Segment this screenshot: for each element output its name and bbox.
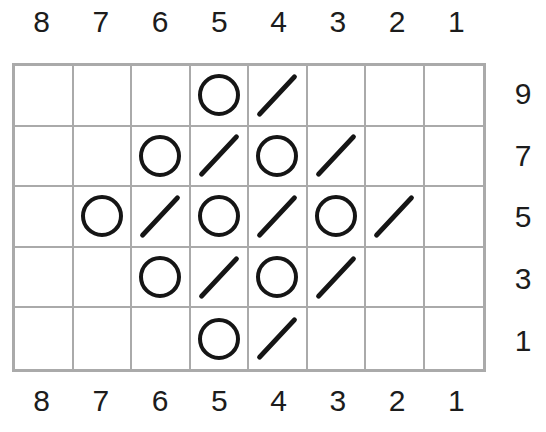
yarn-over-icon xyxy=(198,195,240,237)
column-label-bottom-8: 8 xyxy=(12,378,71,424)
decrease-slash-icon xyxy=(198,255,240,299)
cell-row7-col4 xyxy=(249,127,308,188)
cell-row1-col4 xyxy=(249,308,308,369)
row-label-3: 3 xyxy=(500,248,546,310)
cell-row1-col6 xyxy=(132,308,191,369)
column-label-bottom-3: 3 xyxy=(308,378,367,424)
cell-row9-col5 xyxy=(191,66,250,127)
cell-row3-col3 xyxy=(308,248,367,309)
column-label-top-2: 2 xyxy=(368,0,427,44)
cell-row3-col4 xyxy=(249,248,308,309)
decrease-slash-icon xyxy=(198,134,240,178)
decrease-slash-icon xyxy=(256,194,298,238)
cell-row1-col3 xyxy=(308,308,367,369)
column-label-top-5: 5 xyxy=(190,0,249,44)
cell-row9-col2 xyxy=(366,66,425,127)
cell-row7-col7 xyxy=(74,127,133,188)
yarn-over-icon xyxy=(256,256,298,298)
column-label-top-3: 3 xyxy=(308,0,367,44)
decrease-slash-icon xyxy=(139,194,181,238)
yarn-over-icon xyxy=(139,256,181,298)
column-label-bottom-7: 7 xyxy=(71,378,130,424)
yarn-over-icon xyxy=(256,135,298,177)
row-label-1: 1 xyxy=(500,310,546,372)
cell-row9-col8 xyxy=(15,66,74,127)
cell-row3-col7 xyxy=(74,248,133,309)
yarn-over-icon xyxy=(315,195,357,237)
cell-row5-col6 xyxy=(132,187,191,248)
decrease-slash-icon xyxy=(315,255,357,299)
row-labels-right: 97531 xyxy=(500,63,546,372)
yarn-over-icon xyxy=(81,195,123,237)
cell-row7-col1 xyxy=(425,127,484,188)
row-label-9: 9 xyxy=(500,63,546,125)
knitting-chart-page: 87654321 97531 87654321 xyxy=(0,0,546,432)
column-label-top-4: 4 xyxy=(249,0,308,44)
cell-row9-col3 xyxy=(308,66,367,127)
cell-row5-col5 xyxy=(191,187,250,248)
cell-row3-col2 xyxy=(366,248,425,309)
row-label-5: 5 xyxy=(500,187,546,249)
cell-row5-col8 xyxy=(15,187,74,248)
yarn-over-icon xyxy=(198,318,240,360)
column-label-bottom-4: 4 xyxy=(249,378,308,424)
cell-row5-col3 xyxy=(308,187,367,248)
yarn-over-icon xyxy=(198,74,240,116)
decrease-slash-icon xyxy=(256,73,298,117)
column-label-bottom-2: 2 xyxy=(368,378,427,424)
cell-row3-col8 xyxy=(15,248,74,309)
decrease-slash-icon xyxy=(256,317,298,361)
decrease-slash-icon xyxy=(315,134,357,178)
decrease-slash-icon xyxy=(373,194,415,238)
cell-row1-col1 xyxy=(425,308,484,369)
column-label-top-6: 6 xyxy=(131,0,190,44)
column-label-bottom-5: 5 xyxy=(190,378,249,424)
cell-row7-col6 xyxy=(132,127,191,188)
cell-row7-col8 xyxy=(15,127,74,188)
column-label-top-7: 7 xyxy=(71,0,130,44)
cell-row3-col1 xyxy=(425,248,484,309)
row-label-7: 7 xyxy=(500,125,546,187)
cell-row3-col6 xyxy=(132,248,191,309)
cell-row7-col2 xyxy=(366,127,425,188)
column-label-top-1: 1 xyxy=(427,0,486,44)
cell-row1-col8 xyxy=(15,308,74,369)
cell-row5-col7 xyxy=(74,187,133,248)
cell-row9-col6 xyxy=(132,66,191,127)
column-labels-bottom: 87654321 xyxy=(12,378,486,424)
cell-row7-col3 xyxy=(308,127,367,188)
cell-row7-col5 xyxy=(191,127,250,188)
column-labels-top: 87654321 xyxy=(12,0,486,44)
cell-row9-col1 xyxy=(425,66,484,127)
cell-row3-col5 xyxy=(191,248,250,309)
cell-row1-col7 xyxy=(74,308,133,369)
column-label-top-8: 8 xyxy=(12,0,71,44)
yarn-over-icon xyxy=(139,135,181,177)
chart-grid xyxy=(12,63,486,372)
cell-row5-col2 xyxy=(366,187,425,248)
cell-row1-col5 xyxy=(191,308,250,369)
cell-row5-col1 xyxy=(425,187,484,248)
cell-row5-col4 xyxy=(249,187,308,248)
column-label-bottom-1: 1 xyxy=(427,378,486,424)
cell-row9-col4 xyxy=(249,66,308,127)
column-label-bottom-6: 6 xyxy=(131,378,190,424)
cell-row9-col7 xyxy=(74,66,133,127)
cell-row1-col2 xyxy=(366,308,425,369)
